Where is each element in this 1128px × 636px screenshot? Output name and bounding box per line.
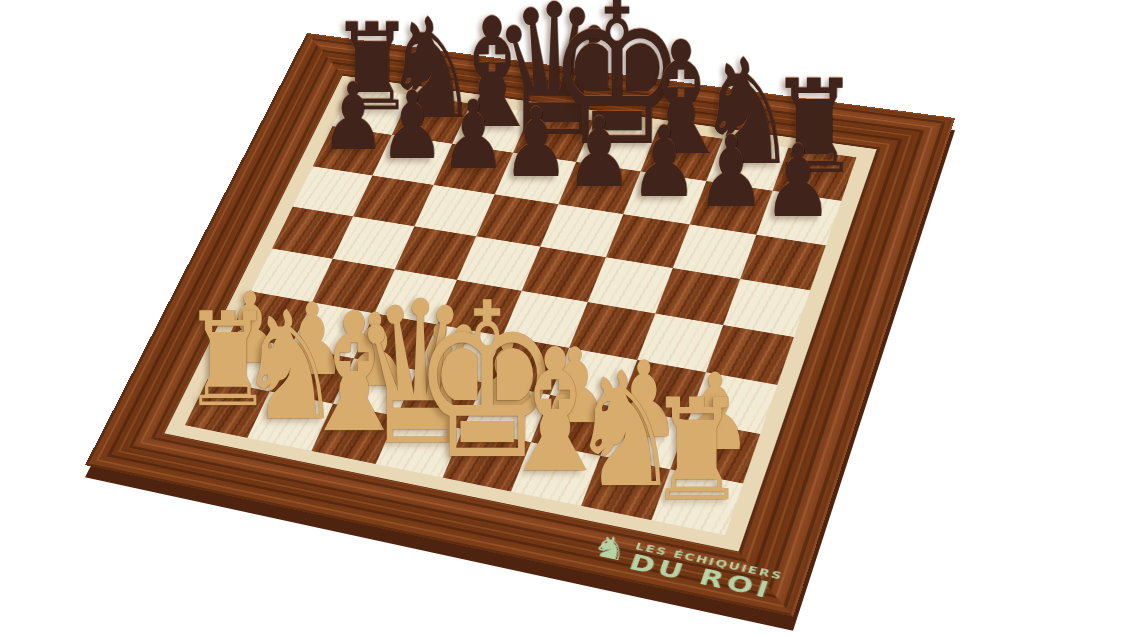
piece-black-pawn-a7[interactable]: ♟ bbox=[320, 71, 385, 164]
piece-black-pawn-g7[interactable]: ♟ bbox=[696, 123, 765, 222]
piece-black-pawn-h7[interactable]: ♟ bbox=[763, 132, 833, 232]
piece-black-pawn-c7[interactable]: ♟ bbox=[440, 87, 506, 182]
piece-white-rook-h1[interactable]: ♜ bbox=[648, 380, 746, 521]
piece-black-pawn-f7[interactable]: ♟ bbox=[630, 113, 698, 211]
chessboard-product-photo: ♞ LES ÉCHIQUIERS DU ROI ♜♞♝♛♚♝♞♜♟♟♟♟♟♟♟♟… bbox=[0, 0, 1128, 636]
piece-black-pawn-b7[interactable]: ♟ bbox=[380, 79, 446, 173]
piece-black-pawn-d7[interactable]: ♟ bbox=[502, 96, 569, 192]
piece-black-pawn-e7[interactable]: ♟ bbox=[565, 105, 633, 202]
